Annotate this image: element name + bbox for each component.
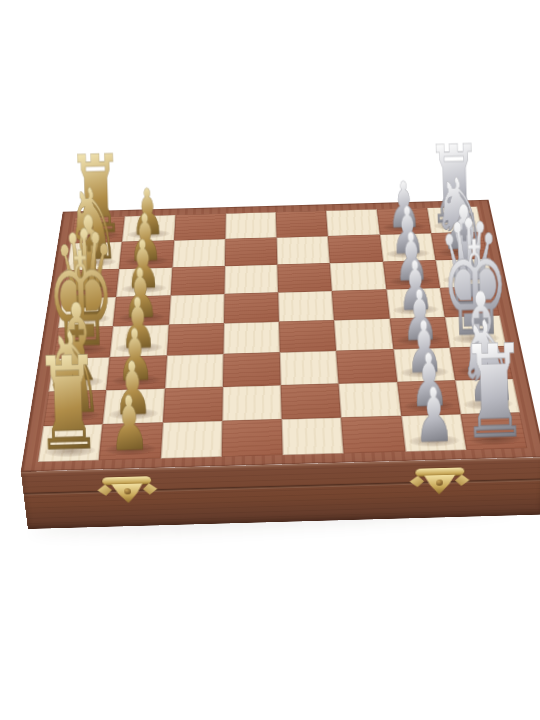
square-r0c3[interactable] [225, 212, 276, 239]
left-clasp[interactable] [100, 476, 156, 507]
square-r4c4[interactable] [279, 320, 336, 352]
square-r3c4[interactable] [278, 291, 334, 322]
square-r1c3[interactable] [225, 238, 278, 266]
chess-glyph: ♜ [460, 339, 530, 446]
square-r6c4[interactable] [281, 383, 342, 419]
box-front-face [21, 457, 540, 529]
square-r7c4[interactable] [282, 417, 344, 455]
square-r2c4[interactable] [277, 263, 332, 292]
clasp-wing-left [410, 476, 425, 488]
square-r6c3[interactable] [222, 385, 282, 421]
chess-set-photo: ♜♟♟♜♞♟♟♞♝♟♟♝♛♟♟♛♚♟♟♚♝♟♟♝♞♟♟♞♜♟♟♜ [0, 0, 540, 720]
chess-glyph: ♟ [109, 393, 150, 456]
perspective-scene: ♜♟♟♜♞♟♟♞♝♟♟♝♛♟♟♛♚♟♟♚♝♟♟♝♞♟♟♞♜♟♟♜ [0, 0, 540, 720]
piece-white-rook[interactable]: ♜ [21, 350, 114, 457]
square-r0c4[interactable] [276, 211, 328, 238]
square-r1c4[interactable] [277, 236, 330, 264]
clasp-wing-right [455, 474, 470, 486]
clasp-pin [124, 488, 131, 494]
square-r5c4[interactable] [280, 351, 339, 385]
chess-box: ♜♟♟♜♞♟♟♞♝♟♟♝♛♟♟♛♚♟♟♚♝♟♟♝♞♟♟♞♜♟♟♜ [21, 200, 540, 472]
clasp-wing-left [97, 484, 112, 496]
right-clasp[interactable] [413, 467, 467, 498]
square-r2c3[interactable] [224, 264, 278, 294]
scene-tilt: ♜♟♟♜♞♟♟♞♝♟♟♝♛♟♟♛♚♟♟♚♝♟♟♝♞♟♟♞♜♟♟♜ [0, 0, 540, 720]
clasp-wing-right [142, 483, 157, 495]
square-r5c3[interactable] [223, 353, 281, 387]
board-grid: ♜♟♟♜♞♟♟♞♝♟♟♝♛♟♟♛♚♟♟♚♝♟♟♝♞♟♟♞♜♟♟♜ [38, 206, 528, 461]
chess-glyph: ♜ [33, 350, 103, 457]
square-r4c3[interactable] [223, 322, 280, 354]
square-r7c7[interactable]: ♜ [460, 412, 527, 449]
piece-black-rook[interactable]: ♜ [448, 338, 540, 445]
square-r7c3[interactable] [221, 419, 282, 457]
square-r7c0[interactable]: ♜ [38, 424, 103, 462]
square-r3c3[interactable] [224, 292, 279, 323]
